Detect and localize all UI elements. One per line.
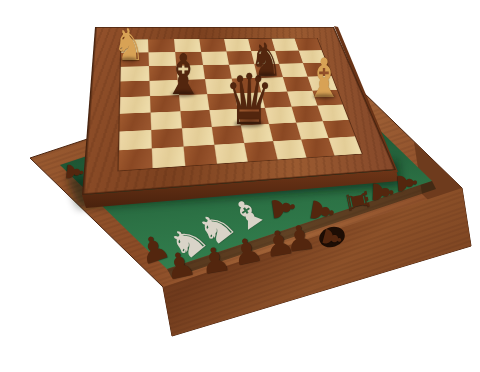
white-bishop-h4[interactable]: ♝ (305, 52, 344, 106)
square-h1 (328, 136, 361, 155)
square-a3 (119, 113, 151, 132)
black-pawn-stored[interactable]: ♟ (266, 193, 299, 224)
square-c3 (180, 110, 211, 128)
black-pawn-stored[interactable]: ♟ (393, 170, 421, 195)
square-h2 (323, 120, 355, 138)
black-pawn-stored[interactable]: ♟ (283, 219, 318, 257)
square-d8 (199, 39, 226, 52)
black-pawn-stored[interactable]: ♟ (197, 241, 233, 280)
square-a5 (120, 81, 150, 97)
white-knight-a8[interactable]: ♞ (113, 23, 145, 67)
square-c1 (184, 145, 217, 166)
square-e1 (244, 141, 277, 161)
square-e8 (224, 39, 251, 52)
black-queen-e3[interactable]: ♛ (224, 65, 274, 135)
square-d1 (214, 143, 247, 164)
black-pawn-stored[interactable]: ♟ (62, 161, 86, 183)
square-a2 (119, 130, 152, 150)
black-bishop-c5[interactable]: ♝ (163, 47, 203, 103)
square-a4 (120, 96, 151, 114)
square-a1 (119, 148, 153, 170)
square-b1 (152, 147, 185, 169)
black-pawn-stored[interactable]: ♟ (305, 195, 339, 227)
chess-set-photo: ♞♝♞♛♝♞♞♝♟♟♟♟♟♟♟♟♜♟♟♟♟ (0, 0, 480, 372)
square-b3 (151, 111, 182, 130)
square-b2 (151, 128, 183, 148)
square-c2 (182, 127, 214, 147)
